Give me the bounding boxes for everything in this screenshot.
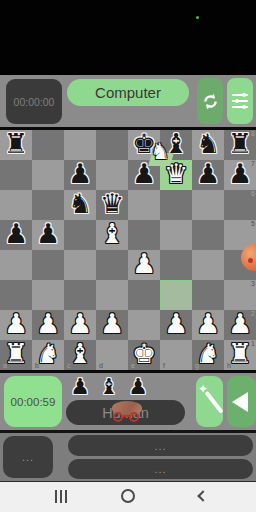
computer-clock: 00:00:00 <box>6 79 62 124</box>
rank-label-8: 8 <box>251 130 255 137</box>
square-e2[interactable] <box>128 310 160 340</box>
square-b1[interactable]: b♞ <box>32 340 64 370</box>
square-a7[interactable] <box>0 160 32 190</box>
panel-row-1[interactable]: ... <box>68 435 253 456</box>
square-g7[interactable]: ♟ <box>192 160 224 190</box>
square-a5[interactable]: ♟ <box>0 220 32 250</box>
panel-left-box[interactable]: ... <box>3 436 53 478</box>
square-f3[interactable] <box>160 280 192 310</box>
square-c4[interactable] <box>64 250 96 280</box>
square-a3[interactable] <box>0 280 32 310</box>
file-label-e: e <box>131 362 135 369</box>
square-a1[interactable]: a♜ <box>0 340 32 370</box>
square-h3[interactable]: 3 <box>224 280 256 310</box>
square-g3[interactable] <box>192 280 224 310</box>
black-queen-d6[interactable]: ♛ <box>96 188 128 220</box>
avatar-glasses-right <box>129 412 139 422</box>
square-c3[interactable] <box>64 280 96 310</box>
white-pawn-a2[interactable]: ♟ <box>0 308 32 340</box>
white-pawn-b2[interactable]: ♟ <box>32 308 64 340</box>
human-toolbar: 00:00:59 ♟♝♟ Human ✦ <box>0 373 256 430</box>
file-label-d: d <box>99 362 103 369</box>
square-c6[interactable]: ♞ <box>64 190 96 220</box>
black-pawn-c7[interactable]: ♟ <box>64 158 96 190</box>
black-knight-c6[interactable]: ♞ <box>64 188 96 220</box>
square-g2[interactable]: ♟ <box>192 310 224 340</box>
square-g5[interactable] <box>192 220 224 250</box>
file-label-a: a <box>3 362 7 369</box>
square-e4[interactable]: ♟ <box>128 250 160 280</box>
square-f2[interactable]: ♟ <box>160 310 192 340</box>
square-d5[interactable]: ♝ <box>96 220 128 250</box>
square-b8[interactable] <box>32 130 64 160</box>
square-f5[interactable] <box>160 220 192 250</box>
square-h7[interactable]: 7♟ <box>224 160 256 190</box>
square-h6[interactable]: 6 <box>224 190 256 220</box>
square-c2[interactable]: ♟ <box>64 310 96 340</box>
human-avatar <box>110 401 144 427</box>
square-d4[interactable] <box>96 250 128 280</box>
square-a2[interactable]: ♟ <box>0 310 32 340</box>
file-label-g: g <box>195 362 199 369</box>
square-b4[interactable] <box>32 250 64 280</box>
refresh-icon <box>202 93 219 110</box>
rank-label-6: 6 <box>251 190 255 197</box>
avatar-glasses-left <box>113 412 123 422</box>
captured-black-pawn: ♟ <box>68 373 92 399</box>
rank-label-1: 1 <box>251 340 255 347</box>
square-g6[interactable] <box>192 190 224 220</box>
square-d7[interactable] <box>96 160 128 190</box>
back-icon[interactable] <box>197 490 208 501</box>
square-h2[interactable]: 2♟ <box>224 310 256 340</box>
square-d6[interactable]: ♛ <box>96 190 128 220</box>
square-b7[interactable] <box>32 160 64 190</box>
panel-row-2[interactable]: ... <box>68 459 253 479</box>
home-icon[interactable] <box>121 489 135 503</box>
android-nav-bar <box>0 482 256 512</box>
hint-button[interactable]: ✦ <box>196 376 223 427</box>
square-d2[interactable]: ♟ <box>96 310 128 340</box>
square-d8[interactable] <box>96 130 128 160</box>
black-pawn-b5[interactable]: ♟ <box>32 218 64 250</box>
black-rook-a8[interactable]: ♜ <box>0 128 32 160</box>
wand-icon <box>204 391 223 414</box>
restart-button[interactable] <box>197 78 223 124</box>
square-g1[interactable]: g♞ <box>192 340 224 370</box>
square-b2[interactable]: ♟ <box>32 310 64 340</box>
black-pawn-a5[interactable]: ♟ <box>0 218 32 250</box>
file-label-b: b <box>35 362 39 369</box>
square-b5[interactable]: ♟ <box>32 220 64 250</box>
square-e5[interactable] <box>128 220 160 250</box>
white-pawn-g2[interactable]: ♟ <box>192 308 224 340</box>
settings-button[interactable] <box>227 78 253 124</box>
human-clock: 00:00:59 <box>4 376 62 427</box>
square-c1[interactable]: c♝ <box>64 340 96 370</box>
recent-apps-icon[interactable] <box>55 490 69 503</box>
captured-black-pawn: ♟ <box>126 373 150 399</box>
chess-board: ♜♚♝♞8♜♟♟♛♟7♟♞♛6♟♟♝5♟43♟♟♟♟♟♟2♟a♜b♞c♝de♚f… <box>0 130 256 370</box>
square-f6[interactable] <box>160 190 192 220</box>
square-a6[interactable] <box>0 190 32 220</box>
white-pawn-f2[interactable]: ♟ <box>160 308 192 340</box>
square-b3[interactable] <box>32 280 64 310</box>
status-bar <box>0 0 256 75</box>
square-d1[interactable]: d <box>96 340 128 370</box>
square-e1[interactable]: e♚ <box>128 340 160 370</box>
rank-label-3: 3 <box>251 280 255 287</box>
square-e6[interactable] <box>128 190 160 220</box>
orange-indicator-dot <box>248 258 253 263</box>
square-d3[interactable] <box>96 280 128 310</box>
square-a8[interactable]: ♜ <box>0 130 32 160</box>
square-c8[interactable] <box>64 130 96 160</box>
undo-move-button[interactable] <box>227 376 256 427</box>
file-label-h: h <box>227 362 231 369</box>
rank-label-7: 7 <box>251 160 255 167</box>
white-pawn-d2[interactable]: ♟ <box>96 308 128 340</box>
avatar-glasses-bridge <box>123 415 129 417</box>
back-triangle-icon <box>232 392 248 412</box>
computer-toolbar: 00:00:00 Computer <box>0 75 256 127</box>
white-pawn-c2[interactable]: ♟ <box>64 308 96 340</box>
rank-label-2: 2 <box>251 310 255 317</box>
square-c5[interactable] <box>64 220 96 250</box>
square-h1[interactable]: 1h♜ <box>224 340 256 370</box>
black-knight-g8[interactable]: ♞ <box>192 128 224 160</box>
square-g4[interactable] <box>192 250 224 280</box>
file-label-c: c <box>67 362 71 369</box>
square-a4[interactable] <box>0 250 32 280</box>
white-bishop-d5[interactable]: ♝ <box>96 218 128 250</box>
square-e3[interactable] <box>128 280 160 310</box>
square-f4[interactable] <box>160 250 192 280</box>
square-b6[interactable] <box>32 190 64 220</box>
computer-name-pill[interactable]: Computer <box>67 79 189 106</box>
notification-led-dot <box>196 16 199 19</box>
captured-pieces-tray: ♟♝♟ <box>68 373 150 399</box>
animating-white-knight: ♞ <box>146 139 174 165</box>
white-pawn-e4[interactable]: ♟ <box>128 248 160 280</box>
square-h8[interactable]: 8♜ <box>224 130 256 160</box>
info-panel: ... ... ... <box>0 433 256 481</box>
black-pawn-g7[interactable]: ♟ <box>192 158 224 190</box>
square-f1[interactable]: f <box>160 340 192 370</box>
file-label-f: f <box>163 362 165 369</box>
sliders-icon <box>232 94 248 108</box>
square-g8[interactable]: ♞ <box>192 130 224 160</box>
captured-black-bishop: ♝ <box>97 373 121 399</box>
rank-label-5: 5 <box>251 220 255 227</box>
square-c7[interactable]: ♟ <box>64 160 96 190</box>
